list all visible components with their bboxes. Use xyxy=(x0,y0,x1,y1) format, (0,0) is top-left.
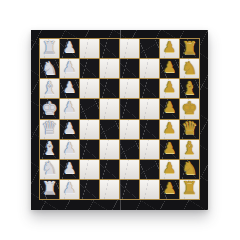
white-rook: ♜ xyxy=(41,39,57,57)
square-f4[interactable] xyxy=(100,79,119,98)
black-pawn: ♟ xyxy=(163,60,176,75)
square-b2[interactable]: ♟ xyxy=(60,160,79,179)
black-rook: ♜ xyxy=(181,39,197,57)
white-pawn: ♟ xyxy=(63,181,76,196)
square-e5[interactable] xyxy=(120,99,139,118)
square-g6[interactable] xyxy=(140,59,159,78)
square-a7[interactable]: ♟ xyxy=(160,180,179,199)
black-bishop: ♝ xyxy=(181,79,197,97)
square-g4[interactable] xyxy=(100,59,119,78)
square-d8[interactable]: ♛ xyxy=(180,120,199,139)
square-f7[interactable]: ♟ xyxy=(160,79,179,98)
square-g5[interactable] xyxy=(120,59,139,78)
square-c1[interactable]: ♝ xyxy=(40,140,59,159)
square-h2[interactable]: ♟ xyxy=(60,39,79,58)
square-e3[interactable] xyxy=(80,99,99,118)
white-pawn: ♟ xyxy=(63,141,76,156)
square-g7[interactable]: ♟ xyxy=(160,59,179,78)
white-king: ♚ xyxy=(41,99,57,117)
square-f1[interactable]: ♝ xyxy=(40,79,59,98)
square-c4[interactable] xyxy=(100,140,119,159)
square-b6[interactable] xyxy=(140,160,159,179)
white-pawn: ♟ xyxy=(63,60,76,75)
square-a4[interactable] xyxy=(100,180,119,199)
square-c2[interactable]: ♟ xyxy=(60,140,79,159)
square-a3[interactable] xyxy=(80,180,99,199)
square-b8[interactable]: ♞ xyxy=(180,160,199,179)
square-f6[interactable] xyxy=(140,79,159,98)
square-g8[interactable]: ♞ xyxy=(180,59,199,78)
black-pawn: ♟ xyxy=(163,181,176,196)
black-queen: ♛ xyxy=(181,119,197,137)
square-f2[interactable]: ♟ xyxy=(60,79,79,98)
square-a2[interactable]: ♟ xyxy=(60,180,79,199)
square-h6[interactable] xyxy=(140,39,159,58)
square-a1[interactable]: ♜ xyxy=(40,180,59,199)
square-e8[interactable]: ♚ xyxy=(180,99,199,118)
square-d3[interactable] xyxy=(80,120,99,139)
square-b4[interactable] xyxy=(100,160,119,179)
square-e1[interactable]: ♚ xyxy=(40,99,59,118)
white-queen: ♛ xyxy=(41,119,57,137)
black-pawn: ♟ xyxy=(163,141,176,156)
square-g2[interactable]: ♟ xyxy=(60,59,79,78)
black-pawn: ♟ xyxy=(163,161,176,176)
square-b1[interactable]: ♞ xyxy=(40,160,59,179)
white-pawn: ♟ xyxy=(63,121,76,136)
square-f5[interactable] xyxy=(120,79,139,98)
white-pawn: ♟ xyxy=(63,100,76,115)
square-e6[interactable] xyxy=(140,99,159,118)
black-pawn: ♟ xyxy=(163,40,176,55)
square-c7[interactable]: ♟ xyxy=(160,140,179,159)
white-pawn: ♟ xyxy=(63,80,76,95)
square-c6[interactable] xyxy=(140,140,159,159)
white-knight: ♞ xyxy=(41,159,57,177)
black-rook: ♜ xyxy=(181,179,197,197)
square-a6[interactable] xyxy=(140,180,159,199)
black-knight: ♞ xyxy=(181,159,197,177)
square-d7[interactable]: ♟ xyxy=(160,120,179,139)
square-a5[interactable] xyxy=(120,180,139,199)
black-pawn: ♟ xyxy=(163,100,176,115)
square-b3[interactable] xyxy=(80,160,99,179)
square-g3[interactable] xyxy=(80,59,99,78)
white-knight: ♞ xyxy=(41,59,57,77)
square-h7[interactable]: ♟ xyxy=(160,39,179,58)
black-bishop: ♝ xyxy=(181,139,197,157)
square-b7[interactable]: ♟ xyxy=(160,160,179,179)
white-rook: ♜ xyxy=(41,179,57,197)
black-pawn: ♟ xyxy=(163,80,176,95)
white-pawn: ♟ xyxy=(63,40,76,55)
square-d1[interactable]: ♛ xyxy=(40,120,59,139)
square-f3[interactable] xyxy=(80,79,99,98)
square-h4[interactable] xyxy=(100,39,119,58)
black-knight: ♞ xyxy=(181,59,197,77)
square-d5[interactable] xyxy=(120,120,139,139)
square-h1[interactable]: ♜ xyxy=(40,39,59,58)
square-d4[interactable] xyxy=(100,120,119,139)
square-f8[interactable]: ♝ xyxy=(180,79,199,98)
square-c5[interactable] xyxy=(120,140,139,159)
black-king: ♚ xyxy=(181,99,197,117)
square-b5[interactable] xyxy=(120,160,139,179)
square-e2[interactable]: ♟ xyxy=(60,99,79,118)
square-a8[interactable]: ♜ xyxy=(180,180,199,199)
square-d6[interactable] xyxy=(140,120,159,139)
square-d2[interactable]: ♟ xyxy=(60,120,79,139)
white-pawn: ♟ xyxy=(63,161,76,176)
white-bishop: ♝ xyxy=(41,79,57,97)
square-h5[interactable] xyxy=(120,39,139,58)
white-bishop: ♝ xyxy=(41,139,57,157)
product-photo: ♜♟♟♜♞♟♟♞♝♟♟♝♚♟♟♚♛♟♟♛♝♟♟♝♞♟♟♞♜♟♟♜ xyxy=(0,0,240,240)
square-c3[interactable] xyxy=(80,140,99,159)
black-pawn: ♟ xyxy=(163,121,176,136)
square-h3[interactable] xyxy=(80,39,99,58)
fold-seam xyxy=(120,30,121,210)
square-e4[interactable] xyxy=(100,99,119,118)
square-g1[interactable]: ♞ xyxy=(40,59,59,78)
chess-board: ♜♟♟♜♞♟♟♞♝♟♟♝♚♟♟♚♛♟♟♛♝♟♟♝♞♟♟♞♜♟♟♜ xyxy=(31,30,208,210)
square-c8[interactable]: ♝ xyxy=(180,140,199,159)
square-e7[interactable]: ♟ xyxy=(160,99,179,118)
square-h8[interactable]: ♜ xyxy=(180,39,199,58)
